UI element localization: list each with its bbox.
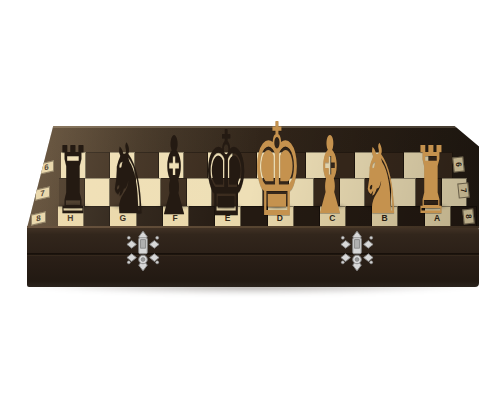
piece-black-knight: ♞ xyxy=(107,131,149,228)
piece-white-knight: ♞ xyxy=(360,132,401,228)
piece-black-rook: ♜ xyxy=(56,135,89,228)
rank-label-left: 7 xyxy=(35,186,50,201)
piece-white-king: ♚ xyxy=(252,106,303,235)
rank-label-right: 8 xyxy=(462,208,475,224)
box-lid-seam xyxy=(27,253,479,256)
piece-white-bishop: ♝ xyxy=(311,123,349,230)
chess-set-photo: HGFEDCBA 678678 xyxy=(0,0,500,400)
rank-label-left: 6 xyxy=(39,160,54,175)
rank-label-left: 8 xyxy=(31,211,46,226)
piece-black-bishop: ♝ xyxy=(155,123,194,231)
piece-white-rook: ♜ xyxy=(414,135,447,228)
rank-label-right: 7 xyxy=(457,182,470,198)
piece-black-king: ♚ xyxy=(203,115,250,233)
rank-label-right: 6 xyxy=(452,156,465,172)
